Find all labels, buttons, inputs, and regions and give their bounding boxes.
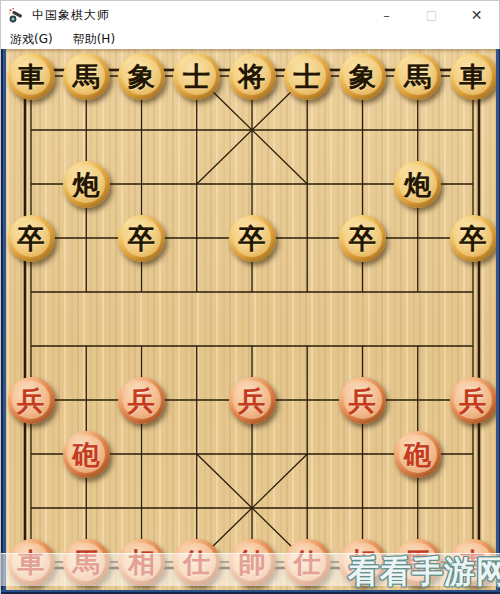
piece-face: 将 (233, 57, 271, 95)
piece-red-soldier[interactable]: 兵 (339, 377, 386, 424)
board-area: 車馬象士将士象馬車炮炮卒卒卒卒卒兵兵兵兵兵砲砲車馬相仕帥仕相馬車 看看手游网 (1, 49, 500, 594)
watermark-text: 看看手游网 (348, 551, 500, 593)
piece-black-horse[interactable]: 馬 (394, 53, 441, 100)
board-point: 卒 (224, 211, 279, 265)
board-point: 兵 (114, 373, 169, 427)
piece-face: 兵 (123, 381, 161, 419)
piece-face: 象 (344, 57, 382, 95)
piece-glyph: 象 (349, 63, 376, 90)
piece-face: 士 (288, 57, 326, 95)
window-controls: – □ ✕ (364, 1, 499, 29)
piece-glyph: 兵 (128, 387, 155, 414)
piece-glyph: 馬 (73, 63, 100, 90)
menu-bar: 游戏(G) 帮助(H) (1, 29, 499, 49)
piece-face: 卒 (123, 219, 161, 257)
board-point: 卒 (335, 211, 390, 265)
board-point: 兵 (3, 373, 58, 427)
piece-red-soldier[interactable]: 兵 (118, 377, 165, 424)
piece-face: 卒 (233, 219, 271, 257)
piece-face: 象 (123, 57, 161, 95)
board-point: 卒 (114, 211, 169, 265)
piece-black-soldier[interactable]: 卒 (450, 215, 497, 262)
piece-face: 卒 (12, 219, 50, 257)
piece-black-chariot[interactable]: 車 (8, 53, 55, 100)
board-point: 士 (169, 49, 224, 103)
piece-face: 車 (12, 57, 50, 95)
board-point: 士 (280, 49, 335, 103)
piece-face: 炮 (67, 165, 105, 203)
piece-face: 砲 (399, 435, 437, 473)
piece-black-soldier[interactable]: 卒 (229, 215, 276, 262)
board-point: 炮 (59, 157, 114, 211)
piece-red-soldier[interactable]: 兵 (450, 377, 497, 424)
piece-glyph: 卒 (239, 225, 266, 252)
piece-face: 馬 (399, 57, 437, 95)
piece-glyph: 卒 (460, 225, 487, 252)
piece-glyph: 士 (183, 63, 210, 90)
menu-item-game[interactable]: 游戏(G) (1, 31, 63, 48)
piece-black-cannon[interactable]: 炮 (394, 161, 441, 208)
piece-glyph: 士 (294, 63, 321, 90)
board-point: 象 (335, 49, 390, 103)
piece-glyph: 砲 (404, 441, 431, 468)
board-point: 馬 (59, 49, 114, 103)
board-point: 砲 (390, 427, 445, 481)
xiangqi-board[interactable]: 車馬象士将士象馬車炮炮卒卒卒卒卒兵兵兵兵兵砲砲車馬相仕帥仕相馬車 (3, 49, 500, 589)
piece-red-soldier[interactable]: 兵 (229, 377, 276, 424)
board-point: 車 (3, 49, 58, 103)
menu-item-help[interactable]: 帮助(H) (63, 31, 125, 48)
piece-face: 車 (454, 57, 492, 95)
board-point: 象 (114, 49, 169, 103)
piece-black-horse[interactable]: 馬 (63, 53, 110, 100)
board-point: 卒 (445, 211, 500, 265)
piece-black-soldier[interactable]: 卒 (339, 215, 386, 262)
board-point: 将 (224, 49, 279, 103)
maximize-button[interactable]: □ (409, 1, 454, 29)
piece-glyph: 炮 (73, 171, 100, 198)
board-point: 卒 (3, 211, 58, 265)
piece-red-cannon[interactable]: 砲 (63, 431, 110, 478)
close-button[interactable]: ✕ (454, 1, 499, 29)
board-point: 炮 (390, 157, 445, 211)
board-point: 兵 (445, 373, 500, 427)
minimize-button[interactable]: – (364, 1, 409, 29)
piece-black-chariot[interactable]: 車 (450, 53, 497, 100)
board-point: 兵 (224, 373, 279, 427)
piece-face: 士 (178, 57, 216, 95)
piece-glyph: 車 (18, 63, 45, 90)
piece-black-advisor[interactable]: 士 (284, 53, 331, 100)
piece-glyph: 兵 (349, 387, 376, 414)
watermark: 看看手游网 (1, 553, 500, 586)
piece-glyph: 炮 (404, 171, 431, 198)
piece-face: 炮 (399, 165, 437, 203)
piece-face: 兵 (233, 381, 271, 419)
piece-face: 兵 (454, 381, 492, 419)
piece-face: 砲 (67, 435, 105, 473)
piece-face: 卒 (344, 219, 382, 257)
piece-black-advisor[interactable]: 士 (173, 53, 220, 100)
piece-red-soldier[interactable]: 兵 (8, 377, 55, 424)
window-title: 中国象棋大师 (32, 7, 110, 24)
piece-face: 馬 (67, 57, 105, 95)
window-frame-right (496, 49, 500, 594)
piece-glyph: 車 (460, 63, 487, 90)
piece-glyph: 将 (239, 63, 266, 90)
board-point: 車 (445, 49, 500, 103)
piece-glyph: 馬 (404, 63, 431, 90)
piece-black-elephant[interactable]: 象 (118, 53, 165, 100)
piece-glyph: 兵 (239, 387, 266, 414)
piece-face: 卒 (454, 219, 492, 257)
title-bar: 中国象棋大师 – □ ✕ (1, 1, 499, 29)
piece-glyph: 卒 (128, 225, 155, 252)
piece-glyph: 象 (128, 63, 155, 90)
piece-red-cannon[interactable]: 砲 (394, 431, 441, 478)
piece-glyph: 兵 (460, 387, 487, 414)
piece-glyph: 卒 (349, 225, 376, 252)
board-point: 馬 (390, 49, 445, 103)
piece-glyph: 兵 (18, 387, 45, 414)
piece-black-soldier[interactable]: 卒 (8, 215, 55, 262)
piece-face: 兵 (344, 381, 382, 419)
board-point: 兵 (335, 373, 390, 427)
window-frame-left (1, 49, 6, 594)
piece-glyph: 砲 (73, 441, 100, 468)
piece-black-elephant[interactable]: 象 (339, 53, 386, 100)
board-point: 砲 (59, 427, 114, 481)
piece-black-cannon[interactable]: 炮 (63, 161, 110, 208)
piece-black-general[interactable]: 将 (229, 53, 276, 100)
app-icon (8, 7, 25, 24)
piece-glyph: 卒 (18, 225, 45, 252)
piece-black-soldier[interactable]: 卒 (118, 215, 165, 262)
app-window: 中国象棋大师 – □ ✕ 游戏(G) 帮助(H) 車馬象士将士象馬車炮炮卒卒卒卒… (0, 0, 500, 594)
piece-face: 兵 (12, 381, 50, 419)
